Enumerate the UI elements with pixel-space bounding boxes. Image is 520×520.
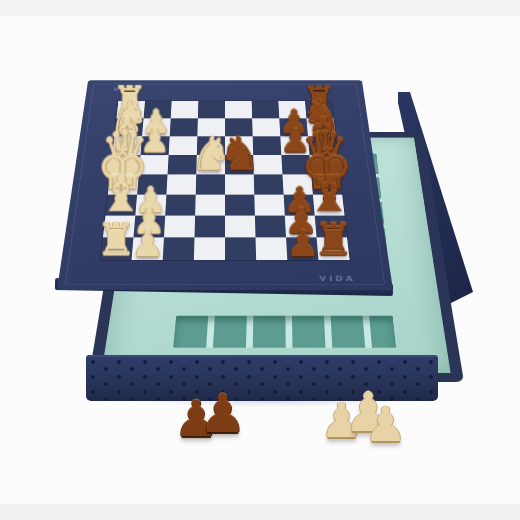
light-rook-c1r8: ♜ bbox=[100, 237, 133, 260]
dark-pawn-glyph: ♟ bbox=[286, 226, 319, 261]
dark-knight-glyph: ♞ bbox=[218, 132, 260, 176]
chess-board: VIDA VIDA ♜♞♝♛♚♝♜♟♟♟♟♟♞♞♟♟♟♟♟♜♞♝♛♚♝♜ bbox=[57, 80, 393, 290]
background-band-bottom bbox=[0, 504, 520, 520]
brand-text-bottom: VIDA bbox=[319, 275, 356, 283]
light-pawn-c2r8: ♟ bbox=[131, 237, 163, 260]
piece-layer: ♜♞♝♛♚♝♜♟♟♟♟♟♞♞♟♟♟♟♟♜♞♝♛♚♝♜ bbox=[100, 101, 349, 260]
light-pawn-glyph: ♟ bbox=[131, 226, 164, 261]
dark-knight-c5r4: ♞ bbox=[225, 155, 254, 174]
background-band-top bbox=[0, 0, 520, 16]
dark-pawn-c7r8: ♟ bbox=[286, 237, 318, 260]
dark-pawn-off-board: ♟ bbox=[199, 389, 247, 439]
light-pawn-off-board: ♟ bbox=[364, 402, 407, 448]
dark-rook-glyph: ♜ bbox=[314, 219, 354, 261]
dark-rook-c8r8: ♜ bbox=[317, 237, 350, 260]
piece-compartments-front bbox=[173, 316, 396, 348]
product-photo-scene: VIDA VIDA ♜♞♝♛♚♝♜♟♟♟♟♟♞♞♟♟♟♟♟♜♞♝♛♚♝♜ ♟♟♟… bbox=[0, 0, 520, 520]
